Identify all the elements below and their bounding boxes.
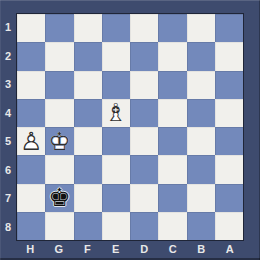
rank-labels: 12345678 bbox=[0, 13, 16, 241]
square-d2[interactable] bbox=[130, 42, 158, 70]
square-g5[interactable]: ♚♔ bbox=[45, 127, 73, 155]
square-f6[interactable] bbox=[74, 155, 102, 183]
square-f2[interactable] bbox=[74, 42, 102, 70]
square-a8[interactable] bbox=[215, 212, 243, 240]
file-label-c: C bbox=[159, 240, 188, 258]
square-f8[interactable] bbox=[74, 212, 102, 240]
square-f5[interactable] bbox=[74, 127, 102, 155]
square-d5[interactable] bbox=[130, 127, 158, 155]
file-label-b: B bbox=[187, 240, 216, 258]
square-g6[interactable] bbox=[45, 155, 73, 183]
square-c3[interactable] bbox=[158, 71, 186, 99]
square-h7[interactable] bbox=[17, 184, 45, 212]
square-d8[interactable] bbox=[130, 212, 158, 240]
square-b4[interactable] bbox=[187, 99, 215, 127]
square-a1[interactable] bbox=[215, 14, 243, 42]
file-label-d: D bbox=[130, 240, 159, 258]
square-e8[interactable] bbox=[102, 212, 130, 240]
rank-label-4: 4 bbox=[0, 99, 16, 128]
file-label-e: E bbox=[102, 240, 131, 258]
square-g7[interactable]: ♚ bbox=[45, 184, 73, 212]
square-d4[interactable] bbox=[130, 99, 158, 127]
square-d7[interactable] bbox=[130, 184, 158, 212]
square-h5[interactable]: ♟♙ bbox=[17, 127, 45, 155]
square-h1[interactable] bbox=[17, 14, 45, 42]
square-c6[interactable] bbox=[158, 155, 186, 183]
white-king-piece[interactable]: ♚♔ bbox=[45, 127, 73, 155]
square-g8[interactable] bbox=[45, 212, 73, 240]
square-d6[interactable] bbox=[130, 155, 158, 183]
file-labels: HGFEDCBA bbox=[16, 240, 244, 258]
square-c5[interactable] bbox=[158, 127, 186, 155]
square-h8[interactable] bbox=[17, 212, 45, 240]
square-a7[interactable] bbox=[215, 184, 243, 212]
square-g3[interactable] bbox=[45, 71, 73, 99]
rank-label-5: 5 bbox=[0, 127, 16, 156]
square-e2[interactable] bbox=[102, 42, 130, 70]
square-c4[interactable] bbox=[158, 99, 186, 127]
rank-label-1: 1 bbox=[0, 13, 16, 42]
square-e3[interactable] bbox=[102, 71, 130, 99]
square-f4[interactable] bbox=[74, 99, 102, 127]
white-pawn-piece[interactable]: ♟♙ bbox=[17, 127, 45, 155]
square-a3[interactable] bbox=[215, 71, 243, 99]
square-b6[interactable] bbox=[187, 155, 215, 183]
white-bishop-piece[interactable]: ♝♗ bbox=[102, 99, 130, 127]
square-a5[interactable] bbox=[215, 127, 243, 155]
square-g1[interactable] bbox=[45, 14, 73, 42]
file-label-g: G bbox=[45, 240, 74, 258]
square-b7[interactable] bbox=[187, 184, 215, 212]
square-f7[interactable] bbox=[74, 184, 102, 212]
square-c7[interactable] bbox=[158, 184, 186, 212]
rank-label-6: 6 bbox=[0, 156, 16, 185]
file-label-f: F bbox=[73, 240, 102, 258]
square-c2[interactable] bbox=[158, 42, 186, 70]
rank-label-2: 2 bbox=[0, 42, 16, 71]
square-c8[interactable] bbox=[158, 212, 186, 240]
square-g2[interactable] bbox=[45, 42, 73, 70]
square-d1[interactable] bbox=[130, 14, 158, 42]
chess-board: ♝♗♟♙♚♔♚ bbox=[16, 13, 244, 241]
square-c1[interactable] bbox=[158, 14, 186, 42]
file-label-h: H bbox=[16, 240, 45, 258]
square-e1[interactable] bbox=[102, 14, 130, 42]
square-b5[interactable] bbox=[187, 127, 215, 155]
square-h4[interactable] bbox=[17, 99, 45, 127]
square-e4[interactable]: ♝♗ bbox=[102, 99, 130, 127]
square-b1[interactable] bbox=[187, 14, 215, 42]
square-a4[interactable] bbox=[215, 99, 243, 127]
square-a2[interactable] bbox=[215, 42, 243, 70]
black-king-piece[interactable]: ♚ bbox=[45, 184, 73, 212]
square-f3[interactable] bbox=[74, 71, 102, 99]
square-e6[interactable] bbox=[102, 155, 130, 183]
square-b2[interactable] bbox=[187, 42, 215, 70]
square-b3[interactable] bbox=[187, 71, 215, 99]
rank-label-8: 8 bbox=[0, 213, 16, 242]
board-frame: 12345678 HGFEDCBA ♝♗♟♙♚♔♚ bbox=[0, 0, 260, 260]
rank-label-7: 7 bbox=[0, 184, 16, 213]
square-h6[interactable] bbox=[17, 155, 45, 183]
file-label-a: A bbox=[216, 240, 245, 258]
square-b8[interactable] bbox=[187, 212, 215, 240]
square-d3[interactable] bbox=[130, 71, 158, 99]
rank-label-3: 3 bbox=[0, 70, 16, 99]
square-e7[interactable] bbox=[102, 184, 130, 212]
square-f1[interactable] bbox=[74, 14, 102, 42]
square-a6[interactable] bbox=[215, 155, 243, 183]
square-e5[interactable] bbox=[102, 127, 130, 155]
square-g4[interactable] bbox=[45, 99, 73, 127]
square-h2[interactable] bbox=[17, 42, 45, 70]
square-h3[interactable] bbox=[17, 71, 45, 99]
